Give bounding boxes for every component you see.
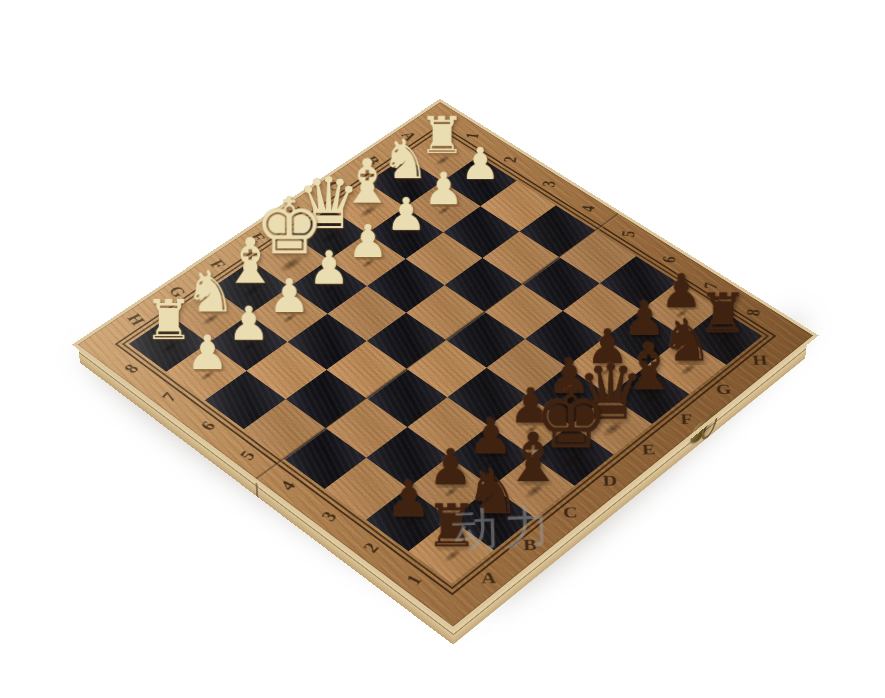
white-pawn-glyph: ♟ [162, 328, 253, 376]
chess-board: HGFEDCBA 12345678 ABCDEFGH 87654321 ♜♟♞♟… [78, 102, 813, 626]
product-photo-stage: HGFEDCBA 12345678 ABCDEFGH 87654321 ♜♟♞♟… [0, 0, 885, 698]
watermark: 动力 [451, 496, 557, 562]
pieces-layer: ♜♟♞♟♝♟♛♟♚♟♝♟♟♞♜♟♟♜♞♟♟♝♟♛♟♚♟♝♟♞♟♜ [78, 102, 813, 626]
